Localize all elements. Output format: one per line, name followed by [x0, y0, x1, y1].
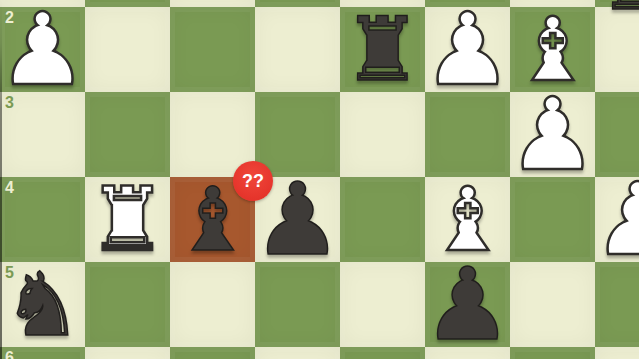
square-f2[interactable] — [170, 7, 255, 92]
square-d3[interactable] — [340, 92, 425, 177]
piece-black-rook-a1[interactable]: ♜ — [595, 0, 639, 21]
square-e1[interactable] — [255, 0, 340, 7]
square-g5[interactable] — [85, 262, 170, 347]
square-c2[interactable]: ♟ — [425, 7, 510, 92]
board: ♜2♟♜♟♝3♟4♜♝♟♝♟5♞♟6 — [0, 0, 639, 359]
rank-label-4: 4 — [5, 180, 14, 196]
square-a1[interactable]: ♜ — [595, 0, 639, 7]
square-c5[interactable]: ♟ — [425, 262, 510, 347]
square-g4[interactable]: ♜ — [85, 177, 170, 262]
square-d6[interactable] — [340, 347, 425, 359]
square-g3[interactable] — [85, 92, 170, 177]
square-h4[interactable]: 4 — [0, 177, 85, 262]
piece-black-rook-d2[interactable]: ♜ — [340, 7, 425, 92]
square-b5[interactable] — [510, 262, 595, 347]
piece-white-pawn-a4[interactable]: ♟ — [595, 177, 639, 262]
board-viewport: ♜2♟♜♟♝3♟4♜♝♟♝♟5♞♟6 ?? — [0, 0, 639, 359]
square-d5[interactable] — [340, 262, 425, 347]
rank-label-2: 2 — [5, 10, 14, 26]
square-e2[interactable] — [255, 7, 340, 92]
piece-white-rook-g4[interactable]: ♜ — [85, 177, 170, 262]
square-g6[interactable] — [85, 347, 170, 359]
rank-label-3: 3 — [5, 95, 14, 111]
square-h2[interactable]: 2♟ — [0, 7, 85, 92]
square-h5[interactable]: 5♞ — [0, 262, 85, 347]
square-a4[interactable]: ♟ — [595, 177, 639, 262]
square-d4[interactable] — [340, 177, 425, 262]
rank-label-6: 6 — [5, 350, 14, 359]
piece-white-pawn-b3[interactable]: ♟ — [510, 92, 595, 177]
piece-black-pawn-c5[interactable]: ♟ — [425, 262, 510, 347]
square-a6[interactable] — [595, 347, 639, 359]
piece-white-pawn-c2[interactable]: ♟ — [425, 7, 510, 92]
rank-label-5: 5 — [5, 265, 14, 281]
square-f1[interactable] — [170, 0, 255, 7]
square-d2[interactable]: ♜ — [340, 7, 425, 92]
square-g1[interactable] — [85, 0, 170, 7]
square-f5[interactable] — [170, 262, 255, 347]
blunder-badge: ?? — [233, 161, 273, 201]
square-g2[interactable] — [85, 7, 170, 92]
square-b6[interactable] — [510, 347, 595, 359]
square-e6[interactable] — [255, 347, 340, 359]
square-f6[interactable] — [170, 347, 255, 359]
square-b3[interactable]: ♟ — [510, 92, 595, 177]
